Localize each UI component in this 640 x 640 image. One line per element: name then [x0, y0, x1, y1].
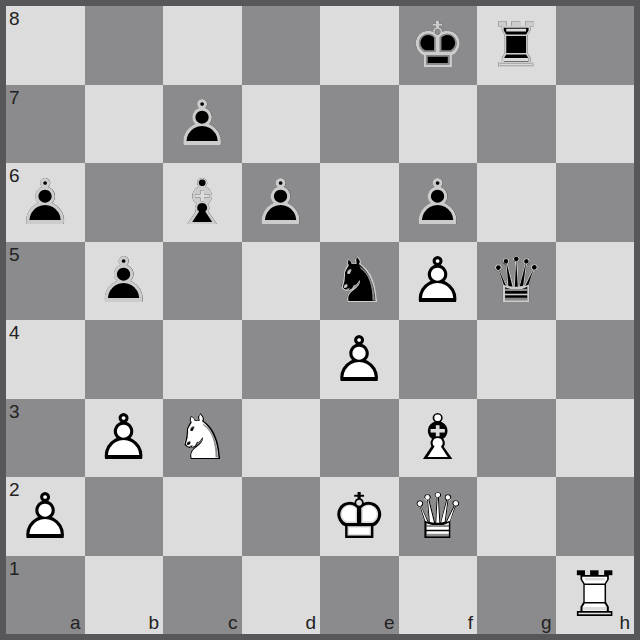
- square-d2[interactable]: [242, 477, 321, 556]
- square-f5[interactable]: ♟♙: [399, 242, 478, 321]
- rank-label-5: 5: [9, 245, 20, 264]
- pawn-glyph-outline: ♙: [399, 242, 478, 321]
- square-b3[interactable]: ♟♙: [85, 399, 164, 478]
- file-label-d: d: [305, 613, 316, 632]
- square-h8[interactable]: [556, 6, 635, 85]
- square-f7[interactable]: [399, 85, 478, 164]
- square-e7[interactable]: [320, 85, 399, 164]
- piece-black-queen[interactable]: ♛♕: [477, 242, 556, 321]
- square-c7[interactable]: ♟♙: [163, 85, 242, 164]
- square-d6[interactable]: ♟♙: [242, 163, 321, 242]
- rank-label-3: 3: [9, 402, 20, 421]
- square-a8[interactable]: 8: [6, 6, 85, 85]
- chess-board: 8♚♔♜♖7♟♙6♟♙♝♗♟♙♟♙5♟♙♞♘♟♙♛♕4♟♙3♟♙♞♘♝♗2♟♙♚…: [6, 6, 634, 634]
- square-h7[interactable]: [556, 85, 635, 164]
- file-label-e: e: [384, 613, 395, 632]
- piece-white-pawn[interactable]: ♟♙: [399, 242, 478, 321]
- pawn-glyph-fill: ♟: [163, 85, 242, 164]
- bishop-glyph-fill: ♝: [399, 399, 478, 478]
- square-h2[interactable]: [556, 477, 635, 556]
- piece-white-rook[interactable]: ♜♖: [556, 556, 635, 635]
- square-g3[interactable]: [477, 399, 556, 478]
- rank-label-4: 4: [9, 323, 20, 342]
- square-b6[interactable]: [85, 163, 164, 242]
- square-h5[interactable]: [556, 242, 635, 321]
- king-glyph-fill: ♚: [320, 477, 399, 556]
- rook-glyph-fill: ♜: [556, 556, 635, 635]
- piece-black-king[interactable]: ♚♔: [399, 6, 478, 85]
- square-c8[interactable]: [163, 6, 242, 85]
- piece-white-pawn[interactable]: ♟♙: [320, 320, 399, 399]
- square-a7[interactable]: 7: [6, 85, 85, 164]
- square-a5[interactable]: 5: [6, 242, 85, 321]
- piece-black-pawn[interactable]: ♟♙: [6, 163, 85, 242]
- king-glyph-fill: ♚: [399, 6, 478, 85]
- piece-white-bishop[interactable]: ♝♗: [399, 399, 478, 478]
- file-label-b: b: [148, 613, 159, 632]
- square-h1[interactable]: h♜♖: [556, 556, 635, 635]
- square-d5[interactable]: [242, 242, 321, 321]
- square-b8[interactable]: [85, 6, 164, 85]
- king-glyph-outline: ♔: [399, 6, 478, 85]
- square-b5[interactable]: ♟♙: [85, 242, 164, 321]
- piece-white-queen[interactable]: ♛♕: [399, 477, 478, 556]
- file-label-c: c: [228, 613, 238, 632]
- pawn-glyph-outline: ♙: [242, 163, 321, 242]
- square-c4[interactable]: [163, 320, 242, 399]
- pawn-glyph-fill: ♟: [6, 477, 85, 556]
- square-e4[interactable]: ♟♙: [320, 320, 399, 399]
- queen-glyph-fill: ♛: [477, 242, 556, 321]
- square-f3[interactable]: ♝♗: [399, 399, 478, 478]
- bishop-glyph-fill: ♝: [163, 163, 242, 242]
- queen-glyph-outline: ♕: [477, 242, 556, 321]
- square-f2[interactable]: ♛♕: [399, 477, 478, 556]
- square-h4[interactable]: [556, 320, 635, 399]
- piece-black-rook[interactable]: ♜♖: [477, 6, 556, 85]
- chess-board-frame: 8♚♔♜♖7♟♙6♟♙♝♗♟♙♟♙5♟♙♞♘♟♙♛♕4♟♙3♟♙♞♘♝♗2♟♙♚…: [0, 0, 640, 640]
- pawn-glyph-outline: ♙: [320, 320, 399, 399]
- square-e1[interactable]: e: [320, 556, 399, 635]
- pawn-glyph-outline: ♙: [6, 477, 85, 556]
- pawn-glyph-fill: ♟: [85, 242, 164, 321]
- square-g4[interactable]: [477, 320, 556, 399]
- square-a6[interactable]: 6♟♙: [6, 163, 85, 242]
- pawn-glyph-outline: ♙: [399, 163, 478, 242]
- square-g8[interactable]: ♜♖: [477, 6, 556, 85]
- square-e2[interactable]: ♚♔: [320, 477, 399, 556]
- square-e8[interactable]: [320, 6, 399, 85]
- square-e5[interactable]: ♞♘: [320, 242, 399, 321]
- square-c6[interactable]: ♝♗: [163, 163, 242, 242]
- square-d1[interactable]: d: [242, 556, 321, 635]
- square-h6[interactable]: [556, 163, 635, 242]
- pawn-glyph-fill: ♟: [242, 163, 321, 242]
- queen-glyph-fill: ♛: [399, 477, 478, 556]
- file-label-f: f: [468, 613, 473, 632]
- piece-black-pawn[interactable]: ♟♙: [399, 163, 478, 242]
- pawn-glyph-fill: ♟: [6, 163, 85, 242]
- pawn-glyph-fill: ♟: [320, 320, 399, 399]
- pawn-glyph-outline: ♙: [85, 242, 164, 321]
- queen-glyph-outline: ♕: [399, 477, 478, 556]
- square-f6[interactable]: ♟♙: [399, 163, 478, 242]
- square-g7[interactable]: [477, 85, 556, 164]
- piece-black-knight[interactable]: ♞♘: [320, 242, 399, 321]
- square-a1[interactable]: 1a: [6, 556, 85, 635]
- square-b2[interactable]: [85, 477, 164, 556]
- knight-glyph-fill: ♞: [320, 242, 399, 321]
- square-b7[interactable]: [85, 85, 164, 164]
- rook-glyph-outline: ♖: [477, 6, 556, 85]
- piece-black-pawn[interactable]: ♟♙: [85, 242, 164, 321]
- square-b1[interactable]: b: [85, 556, 164, 635]
- piece-white-knight[interactable]: ♞♘: [163, 399, 242, 478]
- square-h3[interactable]: [556, 399, 635, 478]
- knight-glyph-outline: ♘: [320, 242, 399, 321]
- rook-glyph-fill: ♜: [477, 6, 556, 85]
- square-a3[interactable]: 3: [6, 399, 85, 478]
- knight-glyph-fill: ♞: [163, 399, 242, 478]
- square-g5[interactable]: ♛♕: [477, 242, 556, 321]
- file-label-a: a: [70, 613, 81, 632]
- pawn-glyph-outline: ♙: [6, 163, 85, 242]
- pawn-glyph-fill: ♟: [85, 399, 164, 478]
- piece-black-pawn[interactable]: ♟♙: [242, 163, 321, 242]
- square-d7[interactable]: [242, 85, 321, 164]
- piece-black-pawn[interactable]: ♟♙: [163, 85, 242, 164]
- square-f4[interactable]: [399, 320, 478, 399]
- square-c1[interactable]: c: [163, 556, 242, 635]
- king-glyph-outline: ♔: [320, 477, 399, 556]
- file-label-g: g: [541, 613, 552, 632]
- square-c2[interactable]: [163, 477, 242, 556]
- square-c3[interactable]: ♞♘: [163, 399, 242, 478]
- square-d8[interactable]: [242, 6, 321, 85]
- knight-glyph-outline: ♘: [163, 399, 242, 478]
- piece-white-pawn[interactable]: ♟♙: [85, 399, 164, 478]
- piece-black-bishop[interactable]: ♝♗: [163, 163, 242, 242]
- rank-label-8: 8: [9, 9, 20, 28]
- square-a2[interactable]: 2♟♙: [6, 477, 85, 556]
- rank-label-7: 7: [9, 88, 20, 107]
- square-e3[interactable]: [320, 399, 399, 478]
- square-f1[interactable]: f: [399, 556, 478, 635]
- pawn-glyph-outline: ♙: [85, 399, 164, 478]
- piece-white-king[interactable]: ♚♔: [320, 477, 399, 556]
- square-e6[interactable]: [320, 163, 399, 242]
- rook-glyph-outline: ♖: [556, 556, 635, 635]
- piece-white-pawn[interactable]: ♟♙: [6, 477, 85, 556]
- bishop-glyph-outline: ♗: [163, 163, 242, 242]
- square-b4[interactable]: [85, 320, 164, 399]
- pawn-glyph-fill: ♟: [399, 242, 478, 321]
- square-a4[interactable]: 4: [6, 320, 85, 399]
- square-g6[interactable]: [477, 163, 556, 242]
- rank-label-1: 1: [9, 559, 20, 578]
- square-g2[interactable]: [477, 477, 556, 556]
- square-d3[interactable]: [242, 399, 321, 478]
- square-c5[interactable]: [163, 242, 242, 321]
- square-f8[interactable]: ♚♔: [399, 6, 478, 85]
- bishop-glyph-outline: ♗: [399, 399, 478, 478]
- pawn-glyph-outline: ♙: [163, 85, 242, 164]
- square-d4[interactable]: [242, 320, 321, 399]
- square-g1[interactable]: g: [477, 556, 556, 635]
- pawn-glyph-fill: ♟: [399, 163, 478, 242]
